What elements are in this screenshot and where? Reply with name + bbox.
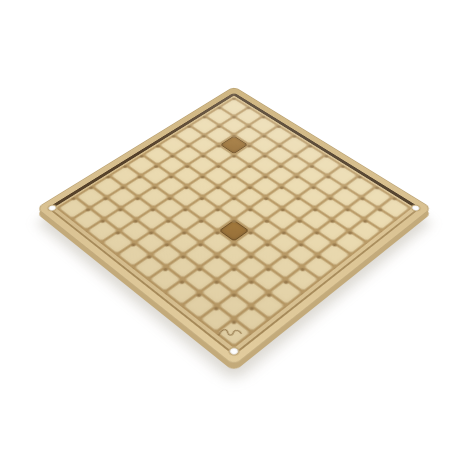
playing-grid — [56, 97, 412, 348]
product-photo — [0, 0, 450, 450]
board-scene — [0, 0, 450, 450]
game-board — [36, 86, 432, 366]
engraved-logo-squiggle — [218, 327, 243, 337]
